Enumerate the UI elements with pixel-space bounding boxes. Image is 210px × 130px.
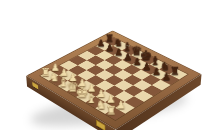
white-rook-h1[interactable]: ♜	[103, 105, 118, 117]
product-photo: ♜♞♝♛♚♝♞♜♟♟♟♟♟♟♟♟♟♟♟♟♟♟♟♟♜♞♝♛♚♝♞♜	[0, 0, 210, 130]
black-pawn-h7[interactable]: ♟	[159, 72, 173, 82]
